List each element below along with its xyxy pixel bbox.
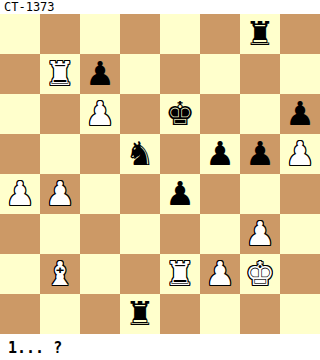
piece-white-pawn[interactable]: ♟ (205, 254, 235, 294)
piece-white-pawn[interactable]: ♟ (285, 134, 315, 174)
square-h4[interactable] (280, 174, 320, 214)
square-b6[interactable] (40, 94, 80, 134)
piece-white-pawn[interactable]: ♟ (245, 214, 275, 254)
piece-black-pawn[interactable]: ♟ (245, 134, 275, 174)
piece-black-pawn[interactable]: ♟ (285, 94, 315, 134)
square-a1[interactable] (0, 294, 40, 334)
square-f4[interactable] (200, 174, 240, 214)
square-b7[interactable]: ♜ (40, 54, 80, 94)
square-e3[interactable] (160, 214, 200, 254)
piece-black-pawn[interactable]: ♟ (165, 174, 195, 214)
square-d8[interactable] (120, 14, 160, 54)
piece-white-rook[interactable]: ♜ (165, 254, 195, 294)
piece-black-king[interactable]: ♚ (165, 94, 195, 134)
square-f8[interactable] (200, 14, 240, 54)
square-d4[interactable] (120, 174, 160, 214)
piece-white-pawn[interactable]: ♟ (85, 94, 115, 134)
square-d1[interactable]: ♜ (120, 294, 160, 334)
piece-white-pawn[interactable]: ♟ (45, 174, 75, 214)
square-c8[interactable] (80, 14, 120, 54)
square-f3[interactable] (200, 214, 240, 254)
piece-white-rook[interactable]: ♜ (45, 54, 75, 94)
piece-black-pawn[interactable]: ♟ (85, 54, 115, 94)
square-b1[interactable] (40, 294, 80, 334)
square-f1[interactable] (200, 294, 240, 334)
square-c2[interactable] (80, 254, 120, 294)
square-g8[interactable]: ♜ (240, 14, 280, 54)
square-g6[interactable] (240, 94, 280, 134)
square-a5[interactable] (0, 134, 40, 174)
square-d3[interactable] (120, 214, 160, 254)
square-e6[interactable]: ♚ (160, 94, 200, 134)
piece-black-rook[interactable]: ♜ (245, 14, 275, 54)
square-b4[interactable]: ♟ (40, 174, 80, 214)
square-c7[interactable]: ♟ (80, 54, 120, 94)
piece-white-king[interactable]: ♚ (245, 254, 275, 294)
square-a8[interactable] (0, 14, 40, 54)
square-a4[interactable]: ♟ (0, 174, 40, 214)
square-e1[interactable] (160, 294, 200, 334)
piece-black-rook[interactable]: ♜ (125, 294, 155, 334)
move-prompt: 1... ? (0, 334, 320, 357)
square-a6[interactable] (0, 94, 40, 134)
square-h8[interactable] (280, 14, 320, 54)
square-h3[interactable] (280, 214, 320, 254)
square-d6[interactable] (120, 94, 160, 134)
square-e4[interactable]: ♟ (160, 174, 200, 214)
square-g3[interactable]: ♟ (240, 214, 280, 254)
square-d5[interactable]: ♞ (120, 134, 160, 174)
square-g4[interactable] (240, 174, 280, 214)
piece-black-knight[interactable]: ♞ (125, 134, 155, 174)
square-d2[interactable] (120, 254, 160, 294)
square-e8[interactable] (160, 14, 200, 54)
square-h1[interactable] (280, 294, 320, 334)
square-f5[interactable]: ♟ (200, 134, 240, 174)
square-g1[interactable] (240, 294, 280, 334)
square-b2[interactable]: ♝ (40, 254, 80, 294)
square-c5[interactable] (80, 134, 120, 174)
square-c4[interactable] (80, 174, 120, 214)
square-g5[interactable]: ♟ (240, 134, 280, 174)
square-h2[interactable] (280, 254, 320, 294)
piece-white-bishop[interactable]: ♝ (45, 254, 75, 294)
square-g2[interactable]: ♚ (240, 254, 280, 294)
square-f6[interactable] (200, 94, 240, 134)
square-g7[interactable] (240, 54, 280, 94)
square-c6[interactable]: ♟ (80, 94, 120, 134)
square-c3[interactable] (80, 214, 120, 254)
square-b3[interactable] (40, 214, 80, 254)
square-a3[interactable] (0, 214, 40, 254)
square-a2[interactable] (0, 254, 40, 294)
piece-black-pawn[interactable]: ♟ (205, 134, 235, 174)
square-d7[interactable] (120, 54, 160, 94)
square-a7[interactable] (0, 54, 40, 94)
square-e2[interactable]: ♜ (160, 254, 200, 294)
piece-white-pawn[interactable]: ♟ (5, 174, 35, 214)
square-b8[interactable] (40, 14, 80, 54)
square-f2[interactable]: ♟ (200, 254, 240, 294)
puzzle-id: CT-1373 (0, 0, 320, 14)
square-h7[interactable] (280, 54, 320, 94)
square-f7[interactable] (200, 54, 240, 94)
square-c1[interactable] (80, 294, 120, 334)
square-e7[interactable] (160, 54, 200, 94)
square-h6[interactable]: ♟ (280, 94, 320, 134)
square-e5[interactable] (160, 134, 200, 174)
square-b5[interactable] (40, 134, 80, 174)
square-h5[interactable]: ♟ (280, 134, 320, 174)
chess-board: ♜♜♟♟♚♟♞♟♟♟♟♟♟♟♝♜♟♚♜ (0, 14, 320, 334)
